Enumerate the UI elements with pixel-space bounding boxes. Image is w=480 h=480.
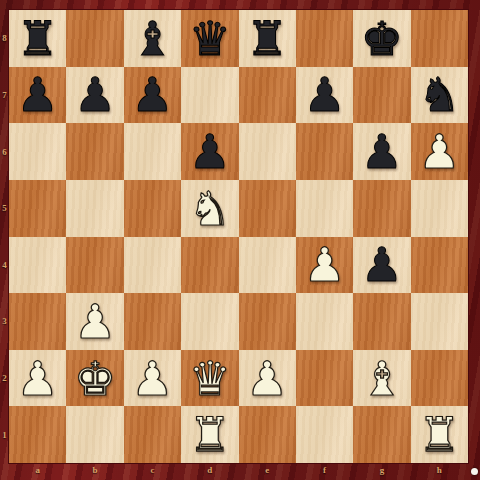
square-c8[interactable]: ♝ bbox=[124, 10, 181, 67]
square-a3[interactable] bbox=[9, 293, 66, 350]
square-b5[interactable] bbox=[66, 180, 123, 237]
square-f2[interactable] bbox=[296, 350, 353, 407]
square-e6[interactable] bbox=[239, 123, 296, 180]
file-label-b: b bbox=[66, 463, 123, 477]
square-b8[interactable] bbox=[66, 10, 123, 67]
board: ♜♝♛♜♚♟♟♟♟♞♟♟♟♞♟♟♟♟♚♟♛♟♝♜♜ bbox=[9, 10, 468, 463]
piece-white-knight[interactable]: ♞ bbox=[189, 185, 231, 232]
square-f5[interactable] bbox=[296, 180, 353, 237]
square-f8[interactable] bbox=[296, 10, 353, 67]
piece-black-pawn[interactable]: ♟ bbox=[131, 71, 173, 118]
square-a6[interactable] bbox=[9, 123, 66, 180]
square-a8[interactable]: ♜ bbox=[9, 10, 66, 67]
square-e2[interactable]: ♟ bbox=[239, 350, 296, 407]
rank-label-5: 5 bbox=[0, 180, 9, 237]
rank-label-2: 2 bbox=[0, 350, 9, 407]
square-a5[interactable] bbox=[9, 180, 66, 237]
square-d5[interactable]: ♞ bbox=[181, 180, 238, 237]
square-h8[interactable] bbox=[411, 10, 468, 67]
rank-label-8: 8 bbox=[0, 10, 9, 67]
piece-white-pawn[interactable]: ♟ bbox=[131, 355, 173, 402]
square-h1[interactable]: ♜ bbox=[411, 406, 468, 463]
square-h6[interactable]: ♟ bbox=[411, 123, 468, 180]
piece-black-bishop[interactable]: ♝ bbox=[131, 15, 173, 62]
chess-app-window: ♜♝♛♜♚♟♟♟♟♞♟♟♟♞♟♟♟♟♚♟♛♟♝♜♜ 87654321abcdef… bbox=[0, 0, 480, 480]
square-a7[interactable]: ♟ bbox=[9, 67, 66, 124]
square-f1[interactable] bbox=[296, 406, 353, 463]
square-e7[interactable] bbox=[239, 67, 296, 124]
square-c2[interactable]: ♟ bbox=[124, 350, 181, 407]
square-e3[interactable] bbox=[239, 293, 296, 350]
piece-black-pawn[interactable]: ♟ bbox=[361, 241, 403, 288]
piece-white-rook[interactable]: ♜ bbox=[418, 411, 460, 458]
file-label-a: a bbox=[9, 463, 66, 477]
square-c6[interactable] bbox=[124, 123, 181, 180]
piece-white-pawn[interactable]: ♟ bbox=[17, 355, 59, 402]
square-a4[interactable] bbox=[9, 237, 66, 294]
rank-label-6: 6 bbox=[0, 123, 9, 180]
square-e5[interactable] bbox=[239, 180, 296, 237]
square-e8[interactable]: ♜ bbox=[239, 10, 296, 67]
square-c5[interactable] bbox=[124, 180, 181, 237]
piece-black-queen[interactable]: ♛ bbox=[189, 15, 231, 62]
square-b2[interactable]: ♚ bbox=[66, 350, 123, 407]
piece-white-pawn[interactable]: ♟ bbox=[74, 298, 116, 345]
square-f6[interactable] bbox=[296, 123, 353, 180]
square-d6[interactable]: ♟ bbox=[181, 123, 238, 180]
white-to-move-indicator-icon bbox=[471, 468, 478, 475]
piece-white-king[interactable]: ♚ bbox=[74, 355, 116, 402]
square-g1[interactable] bbox=[353, 406, 410, 463]
square-f3[interactable] bbox=[296, 293, 353, 350]
square-d8[interactable]: ♛ bbox=[181, 10, 238, 67]
piece-white-bishop[interactable]: ♝ bbox=[361, 355, 403, 402]
square-b4[interactable] bbox=[66, 237, 123, 294]
square-d2[interactable]: ♛ bbox=[181, 350, 238, 407]
piece-white-queen[interactable]: ♛ bbox=[189, 355, 231, 402]
square-e1[interactable] bbox=[239, 406, 296, 463]
rank-label-4: 4 bbox=[0, 237, 9, 294]
piece-white-pawn[interactable]: ♟ bbox=[303, 241, 345, 288]
square-b7[interactable]: ♟ bbox=[66, 67, 123, 124]
piece-black-rook[interactable]: ♜ bbox=[17, 15, 59, 62]
square-h5[interactable] bbox=[411, 180, 468, 237]
file-label-d: d bbox=[181, 463, 238, 477]
piece-white-pawn[interactable]: ♟ bbox=[246, 355, 288, 402]
square-c4[interactable] bbox=[124, 237, 181, 294]
piece-white-pawn[interactable]: ♟ bbox=[418, 128, 460, 175]
square-h3[interactable] bbox=[411, 293, 468, 350]
piece-white-rook[interactable]: ♜ bbox=[189, 411, 231, 458]
square-b1[interactable] bbox=[66, 406, 123, 463]
square-f4[interactable]: ♟ bbox=[296, 237, 353, 294]
square-g3[interactable] bbox=[353, 293, 410, 350]
square-g4[interactable]: ♟ bbox=[353, 237, 410, 294]
square-f7[interactable]: ♟ bbox=[296, 67, 353, 124]
square-g6[interactable]: ♟ bbox=[353, 123, 410, 180]
square-d3[interactable] bbox=[181, 293, 238, 350]
square-a1[interactable] bbox=[9, 406, 66, 463]
square-g7[interactable] bbox=[353, 67, 410, 124]
piece-black-knight[interactable]: ♞ bbox=[418, 71, 460, 118]
square-h7[interactable]: ♞ bbox=[411, 67, 468, 124]
square-c7[interactable]: ♟ bbox=[124, 67, 181, 124]
square-h4[interactable] bbox=[411, 237, 468, 294]
square-c3[interactable] bbox=[124, 293, 181, 350]
square-g2[interactable]: ♝ bbox=[353, 350, 410, 407]
square-b6[interactable] bbox=[66, 123, 123, 180]
piece-black-pawn[interactable]: ♟ bbox=[361, 128, 403, 175]
square-d7[interactable] bbox=[181, 67, 238, 124]
piece-black-pawn[interactable]: ♟ bbox=[303, 71, 345, 118]
file-label-e: e bbox=[239, 463, 296, 477]
file-label-g: g bbox=[353, 463, 410, 477]
file-label-h: h bbox=[411, 463, 468, 477]
piece-black-pawn[interactable]: ♟ bbox=[17, 71, 59, 118]
square-g8[interactable]: ♚ bbox=[353, 10, 410, 67]
rank-label-1: 1 bbox=[0, 406, 9, 463]
square-a2[interactable]: ♟ bbox=[9, 350, 66, 407]
square-e4[interactable] bbox=[239, 237, 296, 294]
piece-black-pawn[interactable]: ♟ bbox=[74, 71, 116, 118]
square-h2[interactable] bbox=[411, 350, 468, 407]
piece-black-pawn[interactable]: ♟ bbox=[189, 128, 231, 175]
square-d4[interactable] bbox=[181, 237, 238, 294]
file-label-c: c bbox=[124, 463, 181, 477]
rank-label-7: 7 bbox=[0, 67, 9, 124]
piece-black-king[interactable]: ♚ bbox=[361, 15, 403, 62]
rank-label-3: 3 bbox=[0, 293, 9, 350]
piece-black-rook[interactable]: ♜ bbox=[246, 15, 288, 62]
square-b3[interactable]: ♟ bbox=[66, 293, 123, 350]
square-g5[interactable] bbox=[353, 180, 410, 237]
square-c1[interactable] bbox=[124, 406, 181, 463]
file-label-f: f bbox=[296, 463, 353, 477]
square-d1[interactable]: ♜ bbox=[181, 406, 238, 463]
